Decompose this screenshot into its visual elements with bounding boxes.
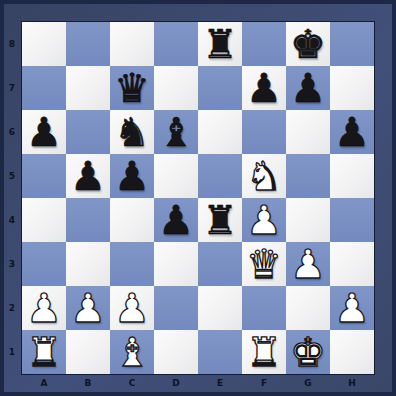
piece-white-pawn: ♟ bbox=[114, 286, 150, 330]
square-c4[interactable] bbox=[110, 198, 154, 242]
square-h8[interactable] bbox=[330, 22, 374, 66]
square-d3[interactable] bbox=[154, 242, 198, 286]
square-e7[interactable] bbox=[198, 66, 242, 110]
square-a6[interactable]: ♟ bbox=[22, 110, 66, 154]
square-e3[interactable] bbox=[198, 242, 242, 286]
piece-white-rook: ♜ bbox=[246, 330, 282, 374]
square-c5[interactable]: ♟ bbox=[110, 154, 154, 198]
rank-label-1: 1 bbox=[4, 330, 20, 374]
square-b7[interactable] bbox=[66, 66, 110, 110]
piece-black-knight: ♞ bbox=[114, 110, 150, 154]
square-e8[interactable]: ♜ bbox=[198, 22, 242, 66]
rank-label-6: 6 bbox=[4, 110, 20, 154]
file-label-C: C bbox=[110, 374, 154, 392]
square-d8[interactable] bbox=[154, 22, 198, 66]
square-b3[interactable] bbox=[66, 242, 110, 286]
square-a7[interactable] bbox=[22, 66, 66, 110]
rank-label-2: 2 bbox=[4, 286, 20, 330]
square-b1[interactable] bbox=[66, 330, 110, 374]
square-h3[interactable] bbox=[330, 242, 374, 286]
piece-black-pawn: ♟ bbox=[70, 154, 106, 198]
piece-white-pawn: ♟ bbox=[26, 286, 62, 330]
square-a3[interactable] bbox=[22, 242, 66, 286]
square-c8[interactable] bbox=[110, 22, 154, 66]
square-h2[interactable]: ♟ bbox=[330, 286, 374, 330]
file-labels: ABCDEFGH bbox=[22, 374, 374, 392]
square-f4[interactable]: ♟ bbox=[242, 198, 286, 242]
square-a2[interactable]: ♟ bbox=[22, 286, 66, 330]
piece-black-pawn: ♟ bbox=[158, 198, 194, 242]
square-f3[interactable]: ♛ bbox=[242, 242, 286, 286]
square-b5[interactable]: ♟ bbox=[66, 154, 110, 198]
rank-label-7: 7 bbox=[4, 66, 20, 110]
board-frame: 87654321 ♜♚♛♟♟♟♞♝♟♟♟♞♟♜♟♛♟♟♟♟♟♜♝♜♚ ABCDE… bbox=[0, 0, 396, 396]
piece-white-pawn: ♟ bbox=[290, 242, 326, 286]
piece-black-king: ♚ bbox=[290, 22, 326, 66]
square-g2[interactable] bbox=[286, 286, 330, 330]
square-g5[interactable] bbox=[286, 154, 330, 198]
square-e5[interactable] bbox=[198, 154, 242, 198]
piece-black-queen: ♛ bbox=[114, 66, 150, 110]
square-e1[interactable] bbox=[198, 330, 242, 374]
square-c3[interactable] bbox=[110, 242, 154, 286]
square-c6[interactable]: ♞ bbox=[110, 110, 154, 154]
piece-white-rook: ♜ bbox=[26, 330, 62, 374]
file-label-G: G bbox=[286, 374, 330, 392]
piece-black-pawn: ♟ bbox=[290, 66, 326, 110]
square-a5[interactable] bbox=[22, 154, 66, 198]
square-g8[interactable]: ♚ bbox=[286, 22, 330, 66]
piece-black-pawn: ♟ bbox=[114, 154, 150, 198]
piece-black-pawn: ♟ bbox=[26, 110, 62, 154]
square-d7[interactable] bbox=[154, 66, 198, 110]
piece-white-pawn: ♟ bbox=[334, 286, 370, 330]
square-f8[interactable] bbox=[242, 22, 286, 66]
rank-label-4: 4 bbox=[4, 198, 20, 242]
square-d4[interactable]: ♟ bbox=[154, 198, 198, 242]
square-h5[interactable] bbox=[330, 154, 374, 198]
piece-white-knight: ♞ bbox=[246, 154, 282, 198]
square-d2[interactable] bbox=[154, 286, 198, 330]
rank-labels: 87654321 bbox=[4, 22, 22, 374]
square-h7[interactable] bbox=[330, 66, 374, 110]
file-label-F: F bbox=[242, 374, 286, 392]
square-g7[interactable]: ♟ bbox=[286, 66, 330, 110]
square-a1[interactable]: ♜ bbox=[22, 330, 66, 374]
square-e4[interactable]: ♜ bbox=[198, 198, 242, 242]
square-a8[interactable] bbox=[22, 22, 66, 66]
square-b2[interactable]: ♟ bbox=[66, 286, 110, 330]
square-g4[interactable] bbox=[286, 198, 330, 242]
piece-black-rook: ♜ bbox=[202, 22, 238, 66]
square-h6[interactable]: ♟ bbox=[330, 110, 374, 154]
piece-white-queen: ♛ bbox=[246, 242, 282, 286]
square-b4[interactable] bbox=[66, 198, 110, 242]
square-f1[interactable]: ♜ bbox=[242, 330, 286, 374]
file-label-A: A bbox=[22, 374, 66, 392]
piece-white-king: ♚ bbox=[290, 330, 326, 374]
square-a4[interactable] bbox=[22, 198, 66, 242]
square-f5[interactable]: ♞ bbox=[242, 154, 286, 198]
square-d6[interactable]: ♝ bbox=[154, 110, 198, 154]
rank-label-8: 8 bbox=[4, 22, 20, 66]
board: ♜♚♛♟♟♟♞♝♟♟♟♞♟♜♟♛♟♟♟♟♟♜♝♜♚ bbox=[22, 22, 374, 374]
square-c1[interactable]: ♝ bbox=[110, 330, 154, 374]
square-f6[interactable] bbox=[242, 110, 286, 154]
square-d1[interactable] bbox=[154, 330, 198, 374]
square-h1[interactable] bbox=[330, 330, 374, 374]
square-b8[interactable] bbox=[66, 22, 110, 66]
square-c2[interactable]: ♟ bbox=[110, 286, 154, 330]
square-g3[interactable]: ♟ bbox=[286, 242, 330, 286]
piece-black-bishop: ♝ bbox=[158, 110, 194, 154]
rank-label-3: 3 bbox=[4, 242, 20, 286]
square-f7[interactable]: ♟ bbox=[242, 66, 286, 110]
piece-white-pawn: ♟ bbox=[70, 286, 106, 330]
square-e6[interactable] bbox=[198, 110, 242, 154]
piece-black-pawn: ♟ bbox=[334, 110, 370, 154]
square-c7[interactable]: ♛ bbox=[110, 66, 154, 110]
piece-black-rook: ♜ bbox=[202, 198, 238, 242]
square-g6[interactable] bbox=[286, 110, 330, 154]
square-g1[interactable]: ♚ bbox=[286, 330, 330, 374]
rank-label-5: 5 bbox=[4, 154, 20, 198]
file-label-H: H bbox=[330, 374, 374, 392]
piece-black-pawn: ♟ bbox=[246, 66, 282, 110]
square-d5[interactable] bbox=[154, 154, 198, 198]
square-f2[interactable] bbox=[242, 286, 286, 330]
square-h4[interactable] bbox=[330, 198, 374, 242]
file-label-B: B bbox=[66, 374, 110, 392]
piece-white-pawn: ♟ bbox=[246, 198, 282, 242]
file-label-E: E bbox=[198, 374, 242, 392]
square-b6[interactable] bbox=[66, 110, 110, 154]
square-e2[interactable] bbox=[198, 286, 242, 330]
file-label-D: D bbox=[154, 374, 198, 392]
piece-white-bishop: ♝ bbox=[114, 330, 150, 374]
